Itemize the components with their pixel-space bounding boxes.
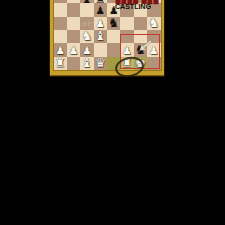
square-b1 <box>67 57 80 70</box>
square-g3 <box>134 30 147 43</box>
watermark-text: CHESS.COM <box>78 21 121 27</box>
chess-board: ▄▄▄▄ ▄▄▄ CASTLING CHESS.COM ♜♝♛♜♚♟♟♟♟♞♟♞… <box>54 0 161 70</box>
square-g1 <box>134 57 147 70</box>
chess-photo-frame: ▄▄▄▄ ▄▄▄ CASTLING CHESS.COM ♜♝♛♜♚♟♟♟♟♞♟♞… <box>50 0 164 76</box>
castling-headline: CASTLING <box>115 2 151 11</box>
square-g2 <box>134 43 147 56</box>
square-d2 <box>94 43 107 56</box>
square-g4 <box>134 17 147 30</box>
square-h1 <box>147 57 160 70</box>
square-e2 <box>107 43 120 56</box>
square-f3 <box>120 30 133 43</box>
square-a4 <box>54 17 67 30</box>
square-b2 <box>67 43 80 56</box>
square-b5 <box>67 3 80 16</box>
square-c3 <box>80 30 93 43</box>
square-e1 <box>107 57 120 70</box>
square-h4 <box>147 17 160 30</box>
square-b3 <box>67 30 80 43</box>
square-e3 <box>107 30 120 43</box>
square-f1 <box>120 57 133 70</box>
square-c1 <box>80 57 93 70</box>
square-c5 <box>80 3 93 16</box>
thumbnail-canvas: ▄▄▄▄ ▄▄▄ CASTLING CHESS.COM ♜♝♛♜♚♟♟♟♟♞♟♞… <box>0 0 225 225</box>
square-f4 <box>120 17 133 30</box>
square-h3 <box>147 30 160 43</box>
square-d1 <box>94 57 107 70</box>
square-a5 <box>54 3 67 16</box>
square-a3 <box>54 30 67 43</box>
square-a1 <box>54 57 67 70</box>
square-a2 <box>54 43 67 56</box>
square-f2 <box>120 43 133 56</box>
square-c2 <box>80 43 93 56</box>
square-d3 <box>94 30 107 43</box>
square-d5 <box>94 3 107 16</box>
square-h2 <box>147 43 160 56</box>
